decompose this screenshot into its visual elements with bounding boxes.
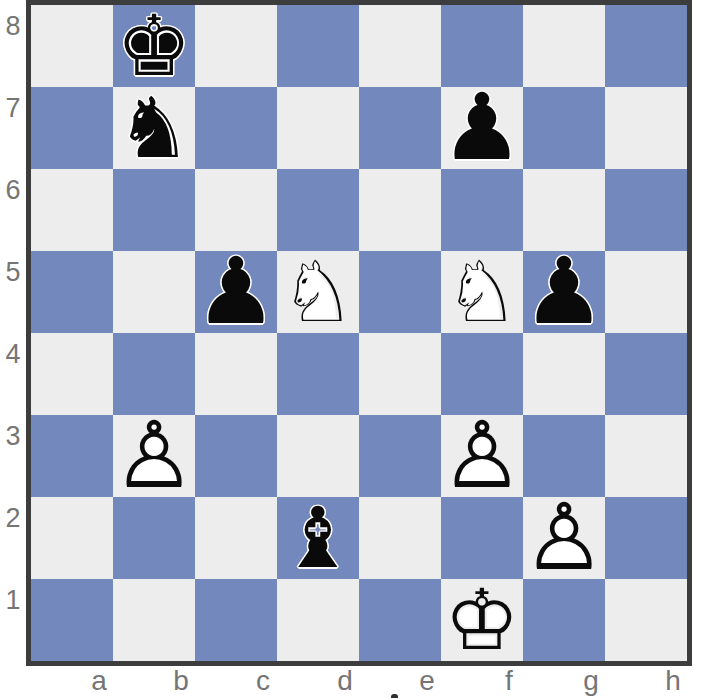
square-d3[interactable] [277,415,359,497]
black-bishop-d2[interactable]: ♝ [277,497,359,579]
square-h2[interactable] [605,497,687,579]
file-label-h: h [632,664,714,698]
square-b3[interactable]: ♟♙ [113,415,195,497]
square-e7[interactable] [359,87,441,169]
file-labels-row: abcdefgh [58,664,714,698]
square-h3[interactable] [605,415,687,497]
square-d8[interactable] [277,5,359,87]
black-pawn-c5[interactable]: ♟ [195,251,277,333]
square-d7[interactable] [277,87,359,169]
square-e1[interactable] [359,579,441,661]
square-c2[interactable] [195,497,277,579]
square-e2[interactable] [359,497,441,579]
black-king-b8[interactable]: ♚ [113,5,195,87]
black-pawn-g5[interactable]: ♟ [523,251,605,333]
white-knight-f5[interactable]: ♞♘ [441,251,523,333]
piece-solid-layer: ♟ [441,87,523,169]
square-g2[interactable]: ♟♙ [523,497,605,579]
square-f6[interactable] [441,169,523,251]
rank-label-3: 3 [0,415,26,497]
square-f7[interactable]: ♟ [441,87,523,169]
square-a1[interactable] [31,579,113,661]
rank-label-8: 8 [0,5,26,87]
square-h5[interactable] [605,251,687,333]
square-e3[interactable] [359,415,441,497]
rank-label-6: 6 [0,169,26,251]
square-a5[interactable] [31,251,113,333]
square-e8[interactable] [359,5,441,87]
piece-solid-layer: ♟ [195,251,277,333]
square-e6[interactable] [359,169,441,251]
square-h4[interactable] [605,333,687,415]
square-c4[interactable] [195,333,277,415]
black-knight-b7[interactable]: ♞ [113,87,195,169]
piece-outline-layer: ♔ [441,579,523,661]
file-label-a: a [58,664,140,698]
square-d2[interactable]: ♝ [277,497,359,579]
rank-label-4: 4 [0,333,26,415]
square-c7[interactable] [195,87,277,169]
file-label-d: d [304,664,386,698]
rank-label-7: 7 [0,87,26,169]
square-d5[interactable]: ♞♘ [277,251,359,333]
square-b8[interactable]: ♚ [113,5,195,87]
file-label-g: g [550,664,632,698]
square-g7[interactable] [523,87,605,169]
square-b7[interactable]: ♞ [113,87,195,169]
chess-board: ♚♞♟♟♞♘♞♘♟♟♙♟♙♝♟♙♚♔ [26,0,692,666]
square-b2[interactable] [113,497,195,579]
cropped-glyph-artifact [391,694,398,698]
piece-outline-layer: ♙ [113,415,195,497]
square-e4[interactable] [359,333,441,415]
square-g8[interactable] [523,5,605,87]
square-h1[interactable] [605,579,687,661]
file-label-e: e [386,664,468,698]
square-f2[interactable] [441,497,523,579]
square-c1[interactable] [195,579,277,661]
file-label-c: c [222,664,304,698]
square-c8[interactable] [195,5,277,87]
piece-outline-layer: ♙ [441,415,523,497]
piece-solid-layer: ♝ [277,497,359,579]
square-g4[interactable] [523,333,605,415]
piece-outline-layer: ♘ [277,251,359,333]
black-pawn-f7[interactable]: ♟ [441,87,523,169]
square-c3[interactable] [195,415,277,497]
piece-solid-layer: ♚ [113,5,195,87]
square-f5[interactable]: ♞♘ [441,251,523,333]
board-grid: ♚♞♟♟♞♘♞♘♟♟♙♟♙♝♟♙♚♔ [31,5,687,661]
square-g1[interactable] [523,579,605,661]
square-a2[interactable] [31,497,113,579]
square-h8[interactable] [605,5,687,87]
square-b5[interactable] [113,251,195,333]
file-label-f: f [468,664,550,698]
square-h6[interactable] [605,169,687,251]
piece-outline-layer: ♘ [441,251,523,333]
square-a4[interactable] [31,333,113,415]
white-pawn-f3[interactable]: ♟♙ [441,415,523,497]
white-knight-d5[interactable]: ♞♘ [277,251,359,333]
rank-label-2: 2 [0,497,26,579]
piece-solid-layer: ♞ [113,87,195,169]
piece-solid-layer: ♟ [523,251,605,333]
white-pawn-b3[interactable]: ♟♙ [113,415,195,497]
square-c5[interactable]: ♟ [195,251,277,333]
square-b6[interactable] [113,169,195,251]
white-pawn-g2[interactable]: ♟♙ [523,497,605,579]
square-b1[interactable] [113,579,195,661]
square-f1[interactable]: ♚♔ [441,579,523,661]
chess-diagram: 87654321 ♚♞♟♟♞♘♞♘♟♟♙♟♙♝♟♙♚♔ abcdefgh [0,0,720,698]
square-a8[interactable] [31,5,113,87]
white-king-f1[interactable]: ♚♔ [441,579,523,661]
square-a6[interactable] [31,169,113,251]
rank-label-5: 5 [0,251,26,333]
square-f3[interactable]: ♟♙ [441,415,523,497]
square-e5[interactable] [359,251,441,333]
square-a7[interactable] [31,87,113,169]
square-g5[interactable]: ♟ [523,251,605,333]
square-a3[interactable] [31,415,113,497]
piece-outline-layer: ♙ [523,497,605,579]
rank-labels-column: 87654321 [0,5,26,661]
file-label-b: b [140,664,222,698]
square-d4[interactable] [277,333,359,415]
square-d6[interactable] [277,169,359,251]
rank-label-1: 1 [0,579,26,661]
square-h7[interactable] [605,87,687,169]
square-d1[interactable] [277,579,359,661]
